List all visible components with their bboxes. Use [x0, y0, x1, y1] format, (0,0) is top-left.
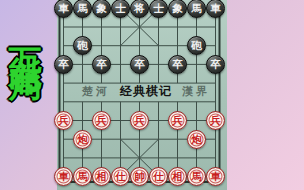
piece-black-soldier[interactable]: 卒	[130, 55, 149, 74]
piece-red-cannon[interactable]: 炮	[187, 130, 206, 149]
piece-red-soldier[interactable]: 兵	[168, 111, 187, 130]
piece-black-horse[interactable]: 馬	[73, 0, 92, 18]
piece-black-soldier[interactable]: 卒	[92, 55, 111, 74]
piece-black-elephant[interactable]: 象	[168, 0, 187, 18]
piece-black-soldier[interactable]: 卒	[54, 55, 73, 74]
piece-red-chariot[interactable]: 車	[54, 167, 73, 186]
piece-black-cannon[interactable]: 砲	[187, 36, 206, 55]
piece-black-advisor[interactable]: 士	[149, 0, 168, 18]
piece-layer: 車馬象士将士象馬車砲砲卒卒卒卒卒兵兵兵兵兵炮炮車馬相仕帥仕相馬車	[54, 0, 225, 186]
piece-red-horse[interactable]: 馬	[73, 167, 92, 186]
piece-black-chariot[interactable]: 車	[54, 0, 73, 18]
piece-black-horse[interactable]: 馬	[187, 0, 206, 18]
piece-red-cannon[interactable]: 炮	[73, 130, 92, 149]
piece-black-soldier[interactable]: 卒	[168, 55, 187, 74]
piece-black-general[interactable]: 将	[130, 0, 149, 18]
xiangqi-board[interactable]: 楚河 经典棋记 漢界 車馬象士将士象馬車砲砲卒卒卒卒卒兵兵兵兵兵炮炮車馬相仕帥仕…	[57, 0, 227, 190]
xiangqi-screen: 万能布局 楚河 经典棋记 漢界 車馬象士将士象馬車砲砲卒卒卒卒卒兵兵兵兵兵炮炮車…	[0, 0, 304, 190]
piece-red-soldier[interactable]: 兵	[92, 111, 111, 130]
piece-red-elephant[interactable]: 相	[168, 167, 187, 186]
piece-red-soldier[interactable]: 兵	[54, 111, 73, 130]
piece-black-elephant[interactable]: 象	[92, 0, 111, 18]
piece-red-elephant[interactable]: 相	[92, 167, 111, 186]
piece-black-advisor[interactable]: 士	[111, 0, 130, 18]
piece-red-general[interactable]: 帥	[130, 167, 149, 186]
piece-black-chariot[interactable]: 車	[206, 0, 225, 18]
piece-red-advisor[interactable]: 仕	[111, 167, 130, 186]
piece-red-horse[interactable]: 馬	[187, 167, 206, 186]
piece-black-cannon[interactable]: 砲	[73, 36, 92, 55]
piece-red-soldier[interactable]: 兵	[206, 111, 225, 130]
piece-red-chariot[interactable]: 車	[206, 167, 225, 186]
piece-red-advisor[interactable]: 仕	[149, 167, 168, 186]
title-overlay: 万能布局	[9, 22, 42, 50]
piece-red-soldier[interactable]: 兵	[130, 111, 149, 130]
piece-black-soldier[interactable]: 卒	[206, 55, 225, 74]
